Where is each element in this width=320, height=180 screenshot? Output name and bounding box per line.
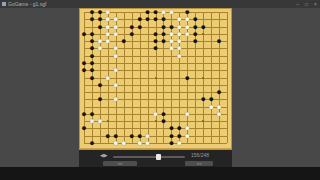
- grid-line: [179, 12, 180, 143]
- grid-line: [84, 85, 227, 86]
- grid-line: [84, 114, 227, 115]
- grid-line: [84, 128, 227, 129]
- grid-line: [84, 136, 227, 137]
- next-button[interactable]: >>: [185, 161, 213, 166]
- go-board[interactable]: ●●●●●●●●●●●●●●●●●●●●●●●●●●●●●●●●●●●●●●●●…: [79, 8, 232, 150]
- grid-line: [187, 12, 188, 143]
- minimize-icon[interactable]: –: [296, 0, 299, 8]
- status-strip: [0, 167, 320, 180]
- grid-line: [84, 143, 227, 144]
- close-icon[interactable]: ×: [314, 0, 317, 8]
- prev-button[interactable]: <<: [103, 161, 137, 166]
- star-point: [202, 120, 204, 122]
- star-point: [155, 33, 157, 35]
- replay-control-bar: ◀▶ 156/248 << >>: [79, 150, 232, 167]
- grid-line: [227, 12, 228, 143]
- window-title: GoGame - g1.sgf: [8, 0, 46, 8]
- grid-line: [171, 12, 172, 143]
- star-point: [107, 120, 109, 122]
- slider-handle[interactable]: [156, 154, 161, 160]
- app-icon: [2, 2, 6, 6]
- grid-line: [84, 107, 227, 108]
- star-point: [202, 33, 204, 35]
- board-grid[interactable]: ●●●●●●●●●●●●●●●●●●●●●●●●●●●●●●●●●●●●●●●●…: [84, 12, 227, 143]
- move-counter: 156/248: [191, 153, 209, 158]
- grid-line: [163, 12, 164, 143]
- maximize-icon[interactable]: □: [305, 0, 308, 8]
- move-slider[interactable]: [113, 156, 185, 158]
- star-point: [107, 33, 109, 35]
- star-point: [107, 77, 109, 79]
- grid-line: [195, 12, 196, 143]
- grid-line: [211, 12, 212, 143]
- title-bar: GoGame - g1.sgf – □ ×: [0, 0, 320, 8]
- star-point: [155, 77, 157, 79]
- window-controls: – □ ×: [296, 0, 317, 8]
- star-point: [202, 77, 204, 79]
- right-panel: [232, 8, 320, 167]
- star-point: [155, 120, 157, 122]
- grid-line: [84, 99, 227, 100]
- grid-line: [84, 92, 227, 93]
- grid-line: [219, 12, 220, 143]
- left-panel: [0, 8, 79, 167]
- nav-buttons[interactable]: ◀▶: [100, 153, 108, 158]
